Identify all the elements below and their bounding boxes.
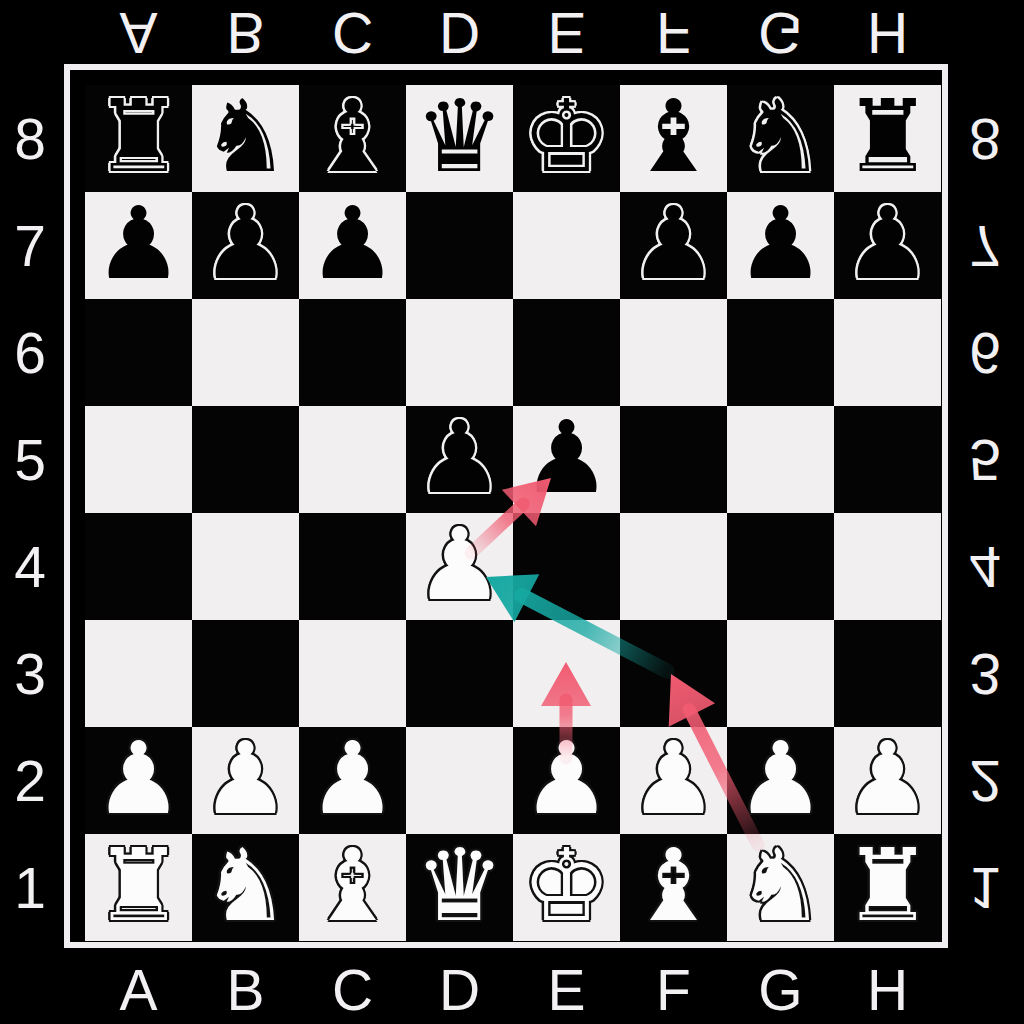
file-label-top-a: A (119, 0, 157, 66)
rank-label-right-5: 5 (969, 427, 1001, 493)
square-a4[interactable] (85, 513, 192, 620)
square-f6[interactable] (620, 299, 727, 406)
square-h6[interactable] (834, 299, 941, 406)
square-c2[interactable]: ♟ (299, 727, 406, 834)
square-g7[interactable]: ♟ (727, 192, 834, 299)
piece-black-pawn-d5[interactable]: ♟ (406, 406, 513, 513)
piece-black-queen-d8[interactable]: ♛ (406, 85, 513, 192)
piece-black-knight-g8[interactable]: ♞ (727, 85, 834, 192)
square-a2[interactable]: ♟ (85, 727, 192, 834)
square-a7[interactable]: ♟ (85, 192, 192, 299)
piece-black-knight-b8[interactable]: ♞ (192, 85, 299, 192)
square-c1[interactable]: ♝ (299, 834, 406, 941)
piece-white-rook-h1[interactable]: ♜ (834, 834, 941, 941)
file-label-bottom-h: H (867, 957, 908, 1023)
square-f5[interactable] (620, 406, 727, 513)
rank-label-left-3: 3 (14, 641, 46, 707)
piece-white-bishop-f1[interactable]: ♝ (620, 834, 727, 941)
square-d8[interactable]: ♛ (406, 85, 513, 192)
square-c4[interactable] (299, 513, 406, 620)
piece-white-king-e1[interactable]: ♚ (513, 834, 620, 941)
piece-white-knight-b1[interactable]: ♞ (192, 834, 299, 941)
square-e6[interactable] (513, 299, 620, 406)
square-e3[interactable] (513, 620, 620, 727)
square-f7[interactable]: ♟ (620, 192, 727, 299)
square-g4[interactable] (727, 513, 834, 620)
rank-label-right-2: 2 (969, 748, 1001, 814)
square-e2[interactable]: ♟ (513, 727, 620, 834)
square-b4[interactable] (192, 513, 299, 620)
file-label-bottom-f: F (656, 957, 691, 1023)
rank-label-left-7: 7 (14, 213, 46, 279)
rank-label-left-2: 2 (14, 748, 46, 814)
square-d5[interactable]: ♟ (406, 406, 513, 513)
piece-black-pawn-f7[interactable]: ♟ (620, 192, 727, 299)
square-e1[interactable]: ♚ (513, 834, 620, 941)
file-label-top-f: F (656, 0, 691, 66)
piece-black-pawn-e5[interactable]: ♟ (513, 406, 620, 513)
chess-lesson-diagram: ♜♞♝♛♚♝♞♜♟♟♟♟♟♟♟♟♟♟♟♟♟♟♟♟♜♞♝♛♚♝♞♜ ABCDEFG… (0, 0, 1024, 1024)
square-b1[interactable]: ♞ (192, 834, 299, 941)
rank-label-left-6: 6 (14, 320, 46, 386)
square-c8[interactable]: ♝ (299, 85, 406, 192)
piece-black-pawn-a7[interactable]: ♟ (85, 192, 192, 299)
file-label-top-h: H (867, 0, 908, 66)
piece-white-pawn-d4[interactable]: ♟ (406, 513, 513, 620)
rank-label-right-4: 4 (969, 534, 1001, 600)
piece-black-pawn-h7[interactable]: ♟ (834, 192, 941, 299)
rank-label-left-4: 4 (14, 534, 46, 600)
file-label-bottom-d: D (439, 957, 480, 1023)
square-g1[interactable]: ♞ (727, 834, 834, 941)
square-c5[interactable] (299, 406, 406, 513)
square-b7[interactable]: ♟ (192, 192, 299, 299)
square-b2[interactable]: ♟ (192, 727, 299, 834)
square-d4[interactable]: ♟ (406, 513, 513, 620)
piece-white-rook-a1[interactable]: ♜ (85, 834, 192, 941)
square-b8[interactable]: ♞ (192, 85, 299, 192)
piece-black-pawn-g7[interactable]: ♟ (727, 192, 834, 299)
square-a3[interactable] (85, 620, 192, 727)
square-g8[interactable]: ♞ (727, 85, 834, 192)
rank-label-right-1: 1 (969, 855, 1001, 921)
piece-black-rook-h8[interactable]: ♜ (834, 85, 941, 192)
square-g2[interactable]: ♟ (727, 727, 834, 834)
piece-black-pawn-c7[interactable]: ♟ (299, 192, 406, 299)
file-label-bottom-g: G (758, 957, 802, 1023)
piece-white-pawn-a2[interactable]: ♟ (85, 727, 192, 834)
piece-black-king-e8[interactable]: ♚ (513, 85, 620, 192)
square-h4[interactable] (834, 513, 941, 620)
square-e8[interactable]: ♚ (513, 85, 620, 192)
piece-black-bishop-c8[interactable]: ♝ (299, 85, 406, 192)
file-label-top-c: C (332, 0, 373, 66)
rank-label-right-6: 6 (969, 320, 1001, 386)
square-c6[interactable] (299, 299, 406, 406)
piece-white-knight-g1[interactable]: ♞ (727, 834, 834, 941)
rank-label-left-5: 5 (14, 427, 46, 493)
file-label-bottom-b: B (226, 957, 264, 1023)
rank-label-left-8: 8 (14, 106, 46, 172)
square-b6[interactable] (192, 299, 299, 406)
file-label-top-b: B (226, 0, 264, 66)
chess-board: ♜♞♝♛♚♝♞♜♟♟♟♟♟♟♟♟♟♟♟♟♟♟♟♟♜♞♝♛♚♝♞♜ (85, 85, 941, 941)
square-f4[interactable] (620, 513, 727, 620)
square-h2[interactable]: ♟ (834, 727, 941, 834)
square-d1[interactable]: ♛ (406, 834, 513, 941)
rank-label-right-8: 8 (969, 106, 1001, 172)
rank-label-left-1: 1 (14, 855, 46, 921)
square-f2[interactable]: ♟ (620, 727, 727, 834)
square-h7[interactable]: ♟ (834, 192, 941, 299)
piece-white-pawn-h2[interactable]: ♟ (834, 727, 941, 834)
rank-label-right-7: 7 (969, 213, 1001, 279)
square-c7[interactable]: ♟ (299, 192, 406, 299)
square-a6[interactable] (85, 299, 192, 406)
square-d7[interactable] (406, 192, 513, 299)
square-b3[interactable] (192, 620, 299, 727)
square-e5[interactable]: ♟ (513, 406, 620, 513)
piece-black-bishop-f8[interactable]: ♝ (620, 85, 727, 192)
rank-label-right-3: 3 (969, 641, 1001, 707)
square-d2[interactable] (406, 727, 513, 834)
file-label-top-e: E (547, 0, 585, 66)
file-label-top-g: G (758, 0, 802, 66)
file-label-top-d: D (439, 0, 480, 66)
piece-white-bishop-c1[interactable]: ♝ (299, 834, 406, 941)
square-h1[interactable]: ♜ (834, 834, 941, 941)
square-a8[interactable]: ♜ (85, 85, 192, 192)
square-f8[interactable]: ♝ (620, 85, 727, 192)
square-f1[interactable]: ♝ (620, 834, 727, 941)
piece-white-pawn-f2[interactable]: ♟ (620, 727, 727, 834)
square-e7[interactable] (513, 192, 620, 299)
file-label-bottom-a: A (119, 957, 157, 1023)
square-a1[interactable]: ♜ (85, 834, 192, 941)
piece-black-rook-a8[interactable]: ♜ (85, 85, 192, 192)
square-c3[interactable] (299, 620, 406, 727)
piece-white-pawn-e2[interactable]: ♟ (513, 727, 620, 834)
square-g6[interactable] (727, 299, 834, 406)
piece-white-pawn-b2[interactable]: ♟ (192, 727, 299, 834)
piece-white-pawn-c2[interactable]: ♟ (299, 727, 406, 834)
square-b5[interactable] (192, 406, 299, 513)
piece-white-queen-d1[interactable]: ♛ (406, 834, 513, 941)
square-f3[interactable] (620, 620, 727, 727)
square-e4[interactable] (513, 513, 620, 620)
square-d3[interactable] (406, 620, 513, 727)
square-h3[interactable] (834, 620, 941, 727)
square-g5[interactable] (727, 406, 834, 513)
square-d6[interactable] (406, 299, 513, 406)
file-label-bottom-e: E (547, 957, 585, 1023)
piece-black-pawn-b7[interactable]: ♟ (192, 192, 299, 299)
file-label-bottom-c: C (332, 957, 373, 1023)
piece-white-pawn-g2[interactable]: ♟ (727, 727, 834, 834)
square-a5[interactable] (85, 406, 192, 513)
square-g3[interactable] (727, 620, 834, 727)
square-h5[interactable] (834, 406, 941, 513)
square-h8[interactable]: ♜ (834, 85, 941, 192)
